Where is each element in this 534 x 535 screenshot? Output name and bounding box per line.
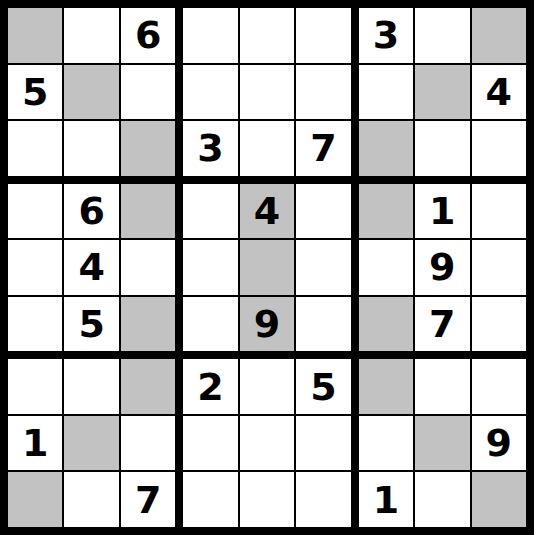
cell-r5c7[interactable] <box>359 240 413 295</box>
cell-r3c7[interactable] <box>359 121 413 176</box>
cell-r1c6[interactable] <box>296 8 350 63</box>
cell-r8c4[interactable] <box>183 416 237 471</box>
cell-r1c4[interactable] <box>183 8 237 63</box>
cell-r9c9[interactable] <box>472 472 526 527</box>
cell-r7c8[interactable] <box>415 359 469 414</box>
cell-r8c7[interactable] <box>359 416 413 471</box>
cell-r5c4[interactable] <box>183 240 237 295</box>
cell-r9c3[interactable]: 7 <box>121 472 175 527</box>
cell-r4c5[interactable]: 4 <box>240 184 294 239</box>
cell-r6c5[interactable]: 9 <box>240 297 294 352</box>
cell-r3c9[interactable] <box>472 121 526 176</box>
cell-r4c1[interactable] <box>8 184 62 239</box>
cell-r2c7[interactable] <box>359 65 413 120</box>
cell-r4c2[interactable]: 6 <box>64 184 118 239</box>
cell-r8c5[interactable] <box>240 416 294 471</box>
cell-r1c9[interactable] <box>472 8 526 63</box>
cell-r9c6[interactable] <box>296 472 350 527</box>
cell-r2c4[interactable] <box>183 65 237 120</box>
cell-r6c1[interactable] <box>8 297 62 352</box>
cell-r6c9[interactable] <box>472 297 526 352</box>
sudoku-board: 63543764149597251971 <box>0 0 534 535</box>
cell-r7c1[interactable] <box>8 359 62 414</box>
cell-r1c2[interactable] <box>64 8 118 63</box>
cell-r1c3[interactable]: 6 <box>121 8 175 63</box>
cell-r8c8[interactable] <box>415 416 469 471</box>
cell-r5c2[interactable]: 4 <box>64 240 118 295</box>
cell-r6c3[interactable] <box>121 297 175 352</box>
cell-r6c2[interactable]: 5 <box>64 297 118 352</box>
cell-r3c1[interactable] <box>8 121 62 176</box>
cell-r7c9[interactable] <box>472 359 526 414</box>
cell-r2c9[interactable]: 4 <box>472 65 526 120</box>
cell-r2c3[interactable] <box>121 65 175 120</box>
cell-r3c5[interactable] <box>240 121 294 176</box>
cell-r3c4[interactable]: 3 <box>183 121 237 176</box>
cell-r5c9[interactable] <box>472 240 526 295</box>
cell-r7c4[interactable]: 2 <box>183 359 237 414</box>
cell-r6c6[interactable] <box>296 297 350 352</box>
cell-r9c8[interactable] <box>415 472 469 527</box>
cell-r4c6[interactable] <box>296 184 350 239</box>
cell-r2c2[interactable] <box>64 65 118 120</box>
cell-r5c1[interactable] <box>8 240 62 295</box>
cell-r4c3[interactable] <box>121 184 175 239</box>
cell-r3c8[interactable] <box>415 121 469 176</box>
cell-r9c4[interactable] <box>183 472 237 527</box>
cell-r3c2[interactable] <box>64 121 118 176</box>
cell-r4c9[interactable] <box>472 184 526 239</box>
cell-r6c8[interactable]: 7 <box>415 297 469 352</box>
cell-r9c2[interactable] <box>64 472 118 527</box>
cell-r2c1[interactable]: 5 <box>8 65 62 120</box>
cell-r4c8[interactable]: 1 <box>415 184 469 239</box>
cell-r9c7[interactable]: 1 <box>359 472 413 527</box>
cell-r2c8[interactable] <box>415 65 469 120</box>
cell-r4c7[interactable] <box>359 184 413 239</box>
cell-r6c4[interactable] <box>183 297 237 352</box>
cell-r3c6[interactable]: 7 <box>296 121 350 176</box>
cell-r9c1[interactable] <box>8 472 62 527</box>
cell-r8c6[interactable] <box>296 416 350 471</box>
cell-r5c3[interactable] <box>121 240 175 295</box>
cell-r5c6[interactable] <box>296 240 350 295</box>
cell-r3c3[interactable] <box>121 121 175 176</box>
cell-r1c8[interactable] <box>415 8 469 63</box>
cell-r7c2[interactable] <box>64 359 118 414</box>
cell-r7c6[interactable]: 5 <box>296 359 350 414</box>
cell-r2c6[interactable] <box>296 65 350 120</box>
cell-r8c2[interactable] <box>64 416 118 471</box>
cell-r9c5[interactable] <box>240 472 294 527</box>
cell-r7c7[interactable] <box>359 359 413 414</box>
cell-r8c1[interactable]: 1 <box>8 416 62 471</box>
cell-r7c3[interactable] <box>121 359 175 414</box>
cell-r7c5[interactable] <box>240 359 294 414</box>
cell-r5c8[interactable]: 9 <box>415 240 469 295</box>
cell-r5c5[interactable] <box>240 240 294 295</box>
cell-r8c9[interactable]: 9 <box>472 416 526 471</box>
cell-r2c5[interactable] <box>240 65 294 120</box>
cell-r1c5[interactable] <box>240 8 294 63</box>
cell-r1c1[interactable] <box>8 8 62 63</box>
cell-r1c7[interactable]: 3 <box>359 8 413 63</box>
cell-r4c4[interactable] <box>183 184 237 239</box>
cell-r8c3[interactable] <box>121 416 175 471</box>
cell-r6c7[interactable] <box>359 297 413 352</box>
